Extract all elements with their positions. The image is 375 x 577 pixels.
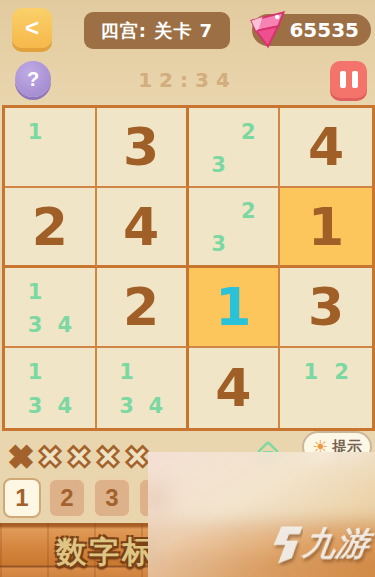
pencil-mark-p1: 1 (20, 275, 50, 308)
pause-icon (340, 71, 346, 88)
pencil-marks: 1 (5, 108, 95, 186)
watermark-logo: 九游 (268, 522, 372, 567)
pencil-marks: 23 (189, 108, 279, 186)
pencil-mark-p1: 1 (112, 355, 141, 389)
board-cell-r2c3[interactable]: 3 (280, 268, 372, 348)
watermark-g-icon (268, 524, 304, 566)
pencil-mark-p3: 3 (204, 148, 234, 181)
mistake-counter: ✖ ✖ ✖ ✖ ✖ (8, 440, 150, 474)
pencil-marks: 134 (5, 348, 95, 428)
pencil-marks: 134 (5, 268, 95, 346)
level-title: 四宫: 关卡 7 (84, 12, 230, 49)
board-cell-r2c0[interactable]: 134 (5, 268, 97, 348)
mistake-cross-icon: ✖ (124, 440, 150, 474)
pencil-mark-p2: 2 (233, 115, 263, 148)
mistake-cross-icon: ✖ (37, 440, 63, 474)
pencil-mark-p2 (50, 275, 80, 308)
pencil-mark-p3: 3 (20, 308, 50, 341)
numkey-3[interactable]: 3 (93, 478, 131, 518)
pencil-mark-p2 (141, 355, 170, 389)
pencil-mark-p3: 3 (20, 389, 50, 423)
board-cell-r2c2[interactable]: 1 (189, 268, 281, 348)
gem-count-value: 65535 (289, 18, 359, 42)
pencil-mark-p3: 3 (112, 389, 141, 423)
cell-value: 2 (97, 268, 186, 346)
pencil-marks: 134 (97, 348, 186, 428)
cell-value: 4 (97, 188, 186, 265)
numkey-2[interactable]: 2 (48, 478, 86, 518)
board-cell-r1c0[interactable]: 2 (5, 188, 97, 268)
back-button[interactable]: < (12, 8, 52, 48)
game-screen: < 四宫: 关卡 7 65535 ? 12:34 132342423113421… (0, 0, 375, 577)
board-cell-r1c2[interactable]: 23 (189, 188, 281, 268)
pencil-mark-p1 (204, 115, 234, 148)
pencil-mark-p4: 4 (50, 308, 80, 341)
cell-value: 2 (5, 188, 95, 265)
board-cell-r3c2[interactable]: 4 (189, 348, 281, 428)
board-cell-r0c3[interactable]: 4 (280, 108, 372, 188)
pencil-mark-p4: 4 (50, 389, 80, 423)
pencil-marks: 23 (189, 188, 279, 265)
pencil-mark-p4 (233, 228, 263, 261)
board-cell-r3c3[interactable]: 12 (280, 348, 372, 428)
board-cell-r1c1[interactable]: 4 (97, 188, 189, 268)
numkey-1[interactable]: 1 (3, 478, 41, 518)
pencil-mark-p2: 2 (233, 195, 263, 228)
pencil-mark-p2 (50, 355, 80, 389)
pencil-mark-p3 (20, 148, 50, 181)
pencil-mark-p1: 1 (295, 355, 326, 389)
pencil-mark-p4 (233, 148, 263, 181)
pencil-mark-p2 (50, 115, 80, 148)
mistake-cross-icon: ✖ (95, 440, 121, 474)
cell-value: 3 (280, 268, 372, 346)
pencil-mark-p2: 2 (326, 355, 357, 389)
banner-text: 数字标 (56, 532, 155, 573)
timer: 12:34 (0, 68, 375, 92)
pencil-mark-p1: 1 (20, 355, 50, 389)
pencil-mark-p3 (295, 389, 326, 423)
pause-button[interactable] (330, 61, 367, 98)
board-cell-r3c1[interactable]: 134 (97, 348, 189, 428)
cell-value: 4 (189, 348, 279, 428)
gem-icon (240, 6, 296, 52)
cell-value: 3 (97, 108, 186, 186)
watermark-text: 九游 (300, 522, 372, 567)
pencil-mark-p4: 4 (141, 389, 170, 423)
mistake-cross-icon: ✖ (8, 440, 34, 474)
pencil-marks: 12 (280, 348, 372, 428)
board-cell-r3c0[interactable]: 134 (5, 348, 97, 428)
board-cell-r0c0[interactable]: 1 (5, 108, 97, 188)
cell-value: 4 (280, 108, 372, 186)
board-cell-r0c1[interactable]: 3 (97, 108, 189, 188)
pencil-mark-p4 (326, 389, 357, 423)
cell-value: 1 (189, 268, 279, 346)
board-cell-r1c3[interactable]: 1 (280, 188, 372, 268)
pencil-mark-p3: 3 (204, 228, 234, 261)
mistake-cross-icon: ✖ (66, 440, 92, 474)
cell-value: 1 (280, 188, 372, 265)
board-cell-r0c2[interactable]: 23 (189, 108, 281, 188)
pencil-mark-p4 (50, 148, 80, 181)
sudoku-board: 1323424231134213134134412 (2, 105, 375, 431)
pause-icon (352, 71, 358, 88)
pencil-mark-p1 (204, 195, 234, 228)
pencil-mark-p1: 1 (20, 115, 50, 148)
board-cell-r2c1[interactable]: 2 (97, 268, 189, 348)
